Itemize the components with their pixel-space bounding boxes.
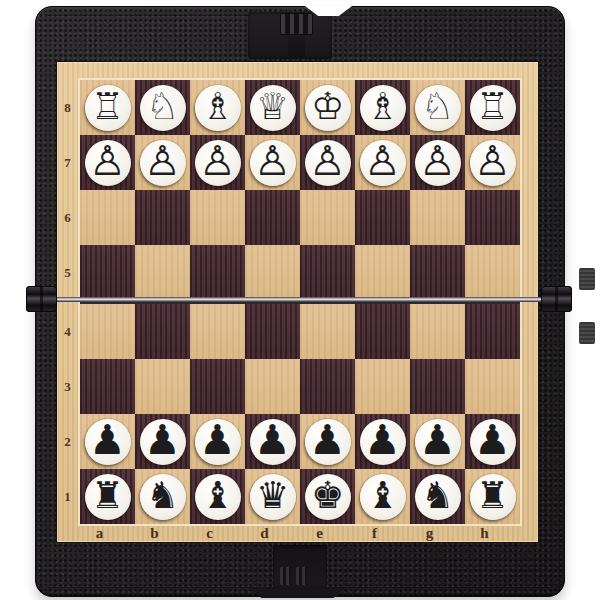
square-g4[interactable]	[410, 304, 465, 359]
piece-bP[interactable]: ♟	[140, 419, 186, 465]
piece-bP[interactable]: ♟	[195, 419, 241, 465]
square-b5[interactable]	[135, 245, 190, 300]
right-hinge-rib-bottom	[579, 322, 595, 344]
square-a3[interactable]	[80, 359, 135, 414]
piece-glyph-bK: ♚	[311, 477, 344, 514]
rank-label-4: 4	[57, 304, 78, 359]
photo-stage: ♖♘♗♕♔♗♘♖♙♙♙♙♙♙♙♙♟♟♟♟♟♟♟♟♜♞♝♛♚♝♞♜ 8765432…	[0, 0, 600, 600]
square-g8[interactable]: ♘	[410, 80, 465, 135]
file-label-c: c	[182, 525, 237, 542]
board-playing-area: ♖♘♗♕♔♗♘♖♙♙♙♙♙♙♙♙♟♟♟♟♟♟♟♟♜♞♝♛♚♝♞♜	[78, 78, 522, 526]
square-b6[interactable]	[135, 190, 190, 245]
bottom-latch-tab[interactable]	[280, 567, 292, 585]
square-b2[interactable]: ♟	[135, 414, 190, 469]
piece-wP[interactable]: ♙	[85, 140, 131, 186]
piece-glyph-bB: ♝	[201, 477, 234, 514]
piece-glyph-wP: ♙	[419, 141, 456, 182]
bottom-latch-tab[interactable]	[296, 567, 308, 585]
piece-glyph-bP: ♟	[474, 420, 511, 461]
file-label-b: b	[127, 525, 182, 542]
file-label-f: f	[347, 525, 402, 542]
chess-board: ♖♘♗♕♔♗♘♖♙♙♙♙♙♙♙♙♟♟♟♟♟♟♟♟♜♞♝♛♚♝♞♜ 8765432…	[57, 62, 538, 542]
piece-glyph-bR: ♜	[91, 477, 124, 514]
square-c6[interactable]	[190, 190, 245, 245]
square-c4[interactable]	[190, 304, 245, 359]
square-d7[interactable]: ♙	[245, 135, 300, 190]
file-label-a: a	[72, 525, 127, 542]
square-h5[interactable]	[465, 245, 520, 300]
piece-glyph-bP: ♟	[309, 420, 346, 461]
square-b3[interactable]	[135, 359, 190, 414]
square-e5[interactable]	[300, 245, 355, 300]
piece-glyph-bQ: ♛	[256, 477, 289, 514]
square-b7[interactable]: ♙	[135, 135, 190, 190]
square-b8[interactable]: ♘	[135, 80, 190, 135]
square-c3[interactable]	[190, 359, 245, 414]
square-h4[interactable]	[465, 304, 520, 359]
square-a5[interactable]	[80, 245, 135, 300]
square-f2[interactable]: ♟	[355, 414, 410, 469]
piece-wN[interactable]: ♘	[415, 85, 461, 131]
square-d6[interactable]	[245, 190, 300, 245]
piece-wP[interactable]: ♙	[305, 140, 351, 186]
piece-bB[interactable]: ♝	[360, 474, 406, 520]
rank-label-7: 7	[57, 135, 78, 190]
piece-glyph-wR: ♖	[476, 88, 509, 125]
square-c8[interactable]: ♗	[190, 80, 245, 135]
piece-wP[interactable]: ♙	[415, 140, 461, 186]
piece-bP[interactable]: ♟	[470, 419, 516, 465]
square-g6[interactable]	[410, 190, 465, 245]
piece-glyph-bB: ♝	[366, 477, 399, 514]
piece-bQ[interactable]: ♛	[250, 474, 296, 520]
piece-bN[interactable]: ♞	[415, 474, 461, 520]
file-label-e: e	[292, 525, 347, 542]
top-latch[interactable]	[280, 13, 313, 35]
square-h8[interactable]: ♖	[465, 80, 520, 135]
square-e8[interactable]: ♔	[300, 80, 355, 135]
square-g1[interactable]: ♞	[410, 469, 465, 524]
piece-glyph-wK: ♔	[311, 88, 344, 125]
rank-label-6: 6	[57, 190, 78, 245]
piece-bR[interactable]: ♜	[470, 474, 516, 520]
square-f5[interactable]	[355, 245, 410, 300]
square-e7[interactable]: ♙	[300, 135, 355, 190]
square-a6[interactable]	[80, 190, 135, 245]
square-h3[interactable]	[465, 359, 520, 414]
piece-glyph-bP: ♟	[144, 420, 181, 461]
file-label-g: g	[402, 525, 457, 542]
piece-glyph-wB: ♗	[201, 88, 234, 125]
square-c2[interactable]: ♟	[190, 414, 245, 469]
piece-glyph-wP: ♙	[364, 141, 401, 182]
square-c7[interactable]: ♙	[190, 135, 245, 190]
top-latch-stem	[288, 35, 305, 57]
piece-glyph-wB: ♗	[366, 88, 399, 125]
square-e2[interactable]: ♟	[300, 414, 355, 469]
piece-glyph-wN: ♘	[421, 88, 454, 125]
right-hinge-rib-top	[579, 268, 595, 290]
square-e6[interactable]	[300, 190, 355, 245]
file-label-d: d	[237, 525, 292, 542]
square-d8[interactable]: ♕	[245, 80, 300, 135]
fold-seam	[35, 297, 565, 302]
piece-glyph-wP: ♙	[144, 141, 181, 182]
square-d3[interactable]	[245, 359, 300, 414]
square-h2[interactable]: ♟	[465, 414, 520, 469]
rank-label-2: 2	[57, 414, 78, 469]
piece-glyph-wP: ♙	[89, 141, 126, 182]
square-h1[interactable]: ♜	[465, 469, 520, 524]
piece-wP[interactable]: ♙	[140, 140, 186, 186]
square-f6[interactable]	[355, 190, 410, 245]
square-d5[interactable]	[245, 245, 300, 300]
piece-wP[interactable]: ♙	[195, 140, 241, 186]
piece-wR[interactable]: ♖	[470, 85, 516, 131]
piece-glyph-bR: ♜	[476, 477, 509, 514]
right-hinge	[541, 286, 572, 312]
piece-wB[interactable]: ♗	[195, 85, 241, 131]
square-g5[interactable]	[410, 245, 465, 300]
piece-glyph-bN: ♞	[421, 477, 454, 514]
piece-wP[interactable]: ♙	[470, 140, 516, 186]
rank-label-1: 1	[57, 469, 78, 524]
square-d2[interactable]: ♟	[245, 414, 300, 469]
square-a7[interactable]: ♙	[80, 135, 135, 190]
square-h7[interactable]: ♙	[465, 135, 520, 190]
square-g2[interactable]: ♟	[410, 414, 465, 469]
square-a8[interactable]: ♖	[80, 80, 135, 135]
left-hinge	[26, 286, 57, 312]
piece-bN[interactable]: ♞	[140, 474, 186, 520]
piece-glyph-wP: ♙	[309, 141, 346, 182]
square-f7[interactable]: ♙	[355, 135, 410, 190]
piece-glyph-bP: ♟	[419, 420, 456, 461]
square-e4[interactable]	[300, 304, 355, 359]
rank-label-3: 3	[57, 359, 78, 414]
piece-glyph-wR: ♖	[91, 88, 124, 125]
square-f8[interactable]: ♗	[355, 80, 410, 135]
case-bottom-lip	[250, 588, 345, 598]
piece-glyph-wN: ♘	[146, 88, 179, 125]
file-label-h: h	[457, 525, 512, 542]
piece-glyph-wP: ♙	[199, 141, 236, 182]
piece-wR[interactable]: ♖	[85, 85, 131, 131]
piece-wN[interactable]: ♘	[140, 85, 186, 131]
piece-wB[interactable]: ♗	[360, 85, 406, 131]
square-f3[interactable]	[355, 359, 410, 414]
piece-glyph-bP: ♟	[89, 420, 126, 461]
piece-wQ[interactable]: ♕	[250, 85, 296, 131]
square-b1[interactable]: ♞	[135, 469, 190, 524]
square-d1[interactable]: ♛	[245, 469, 300, 524]
piece-wP[interactable]: ♙	[250, 140, 296, 186]
piece-bK[interactable]: ♚	[305, 474, 351, 520]
rank-label-5: 5	[57, 245, 78, 300]
piece-glyph-wP: ♙	[254, 141, 291, 182]
piece-bR[interactable]: ♜	[85, 474, 131, 520]
square-b4[interactable]	[135, 304, 190, 359]
piece-glyph-wQ: ♕	[256, 88, 289, 125]
piece-bP[interactable]: ♟	[250, 419, 296, 465]
piece-glyph-bP: ♟	[254, 420, 291, 461]
piece-bP[interactable]: ♟	[360, 419, 406, 465]
square-f1[interactable]: ♝	[355, 469, 410, 524]
rank-label-8: 8	[57, 80, 78, 135]
square-h6[interactable]	[465, 190, 520, 245]
piece-bP[interactable]: ♟	[85, 419, 131, 465]
piece-wK[interactable]: ♔	[305, 85, 351, 131]
piece-glyph-bN: ♞	[146, 477, 179, 514]
board-grid: ♖♘♗♕♔♗♘♖♙♙♙♙♙♙♙♙♟♟♟♟♟♟♟♟♜♞♝♛♚♝♞♜	[80, 80, 520, 524]
square-g7[interactable]: ♙	[410, 135, 465, 190]
square-g3[interactable]	[410, 359, 465, 414]
square-c5[interactable]	[190, 245, 245, 300]
square-a4[interactable]	[80, 304, 135, 359]
piece-bP[interactable]: ♟	[415, 419, 461, 465]
square-d4[interactable]	[245, 304, 300, 359]
square-e1[interactable]: ♚	[300, 469, 355, 524]
piece-bB[interactable]: ♝	[195, 474, 241, 520]
square-a1[interactable]: ♜	[80, 469, 135, 524]
piece-glyph-bP: ♟	[199, 420, 236, 461]
piece-bP[interactable]: ♟	[305, 419, 351, 465]
piece-glyph-wP: ♙	[474, 141, 511, 182]
square-c1[interactable]: ♝	[190, 469, 245, 524]
piece-glyph-bP: ♟	[364, 420, 401, 461]
square-a2[interactable]: ♟	[80, 414, 135, 469]
piece-wP[interactable]: ♙	[360, 140, 406, 186]
square-e3[interactable]	[300, 359, 355, 414]
square-f4[interactable]	[355, 304, 410, 359]
